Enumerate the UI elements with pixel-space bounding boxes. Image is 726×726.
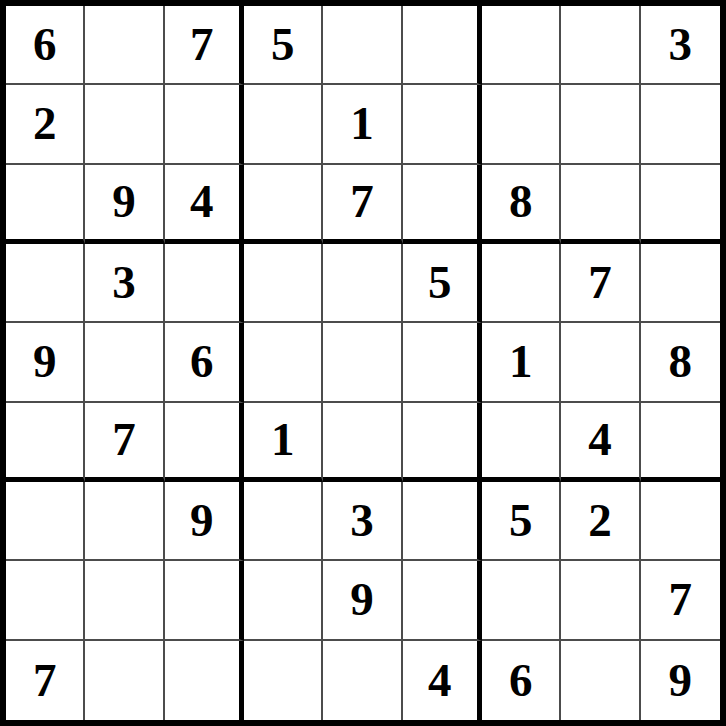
- cell-r9c8[interactable]: [561, 641, 640, 720]
- cell-r1c6[interactable]: [403, 6, 482, 85]
- cell-r3c5[interactable]: 7: [323, 165, 402, 244]
- cell-r7c5[interactable]: 3: [323, 482, 402, 561]
- given-digit: 4: [588, 416, 612, 463]
- cell-r2c6[interactable]: [403, 85, 482, 164]
- given-digit: 1: [509, 338, 533, 385]
- cell-r1c5[interactable]: [323, 6, 402, 85]
- cell-r3c6[interactable]: [403, 165, 482, 244]
- cell-r9c3[interactable]: [165, 641, 244, 720]
- cell-r6c4[interactable]: 1: [244, 403, 323, 482]
- given-digit: 9: [190, 497, 214, 544]
- given-digit: 2: [33, 100, 57, 147]
- cell-r9c2[interactable]: [85, 641, 164, 720]
- cell-r7c7[interactable]: 5: [482, 482, 561, 561]
- cell-r5c3[interactable]: 6: [165, 323, 244, 402]
- cell-r6c6[interactable]: [403, 403, 482, 482]
- cell-r7c4[interactable]: [244, 482, 323, 561]
- cell-r6c3[interactable]: [165, 403, 244, 482]
- cell-r7c1[interactable]: [6, 482, 85, 561]
- cell-r7c6[interactable]: [403, 482, 482, 561]
- cell-r4c6[interactable]: 5: [403, 244, 482, 323]
- cell-r2c2[interactable]: [85, 85, 164, 164]
- given-digit: 1: [350, 100, 374, 147]
- given-digit: 5: [271, 21, 295, 68]
- given-digit: 5: [509, 497, 533, 544]
- cell-r6c7[interactable]: [482, 403, 561, 482]
- given-digit: 7: [33, 657, 57, 704]
- cell-r6c1[interactable]: [6, 403, 85, 482]
- given-digit: 4: [190, 178, 214, 225]
- cell-r3c4[interactable]: [244, 165, 323, 244]
- cell-r4c1[interactable]: [6, 244, 85, 323]
- given-digit: 9: [33, 338, 57, 385]
- given-digit: 7: [588, 259, 612, 306]
- cell-r8c3[interactable]: [165, 561, 244, 640]
- cell-r1c3[interactable]: 7: [165, 6, 244, 85]
- cell-r8c8[interactable]: [561, 561, 640, 640]
- cell-r9c1[interactable]: 7: [6, 641, 85, 720]
- cell-r9c6[interactable]: 4: [403, 641, 482, 720]
- given-digit: 3: [350, 497, 374, 544]
- cell-r9c4[interactable]: [244, 641, 323, 720]
- cell-r3c8[interactable]: [561, 165, 640, 244]
- cell-r5c7[interactable]: 1: [482, 323, 561, 402]
- sudoku-board: 675321947835796187149352977469: [0, 0, 726, 726]
- cell-r4c4[interactable]: [244, 244, 323, 323]
- cell-r5c2[interactable]: [85, 323, 164, 402]
- cell-r9c7[interactable]: 6: [482, 641, 561, 720]
- cell-r8c2[interactable]: [85, 561, 164, 640]
- cell-r4c2[interactable]: 3: [85, 244, 164, 323]
- cell-r3c1[interactable]: [6, 165, 85, 244]
- given-digit: 2: [588, 497, 612, 544]
- given-digit: 3: [112, 259, 136, 306]
- given-digit: 9: [669, 657, 693, 704]
- cell-r8c7[interactable]: [482, 561, 561, 640]
- cell-r4c3[interactable]: [165, 244, 244, 323]
- cell-r1c7[interactable]: [482, 6, 561, 85]
- cell-r5c6[interactable]: [403, 323, 482, 402]
- cell-r8c5[interactable]: 9: [323, 561, 402, 640]
- given-digit: 5: [428, 259, 452, 306]
- cell-r5c1[interactable]: 9: [6, 323, 85, 402]
- given-digit: 7: [190, 21, 214, 68]
- cell-r8c6[interactable]: [403, 561, 482, 640]
- cell-r4c7[interactable]: [482, 244, 561, 323]
- cell-r1c1[interactable]: 6: [6, 6, 85, 85]
- cell-r6c5[interactable]: [323, 403, 402, 482]
- cell-r7c9[interactable]: [641, 482, 720, 561]
- cell-r6c2[interactable]: 7: [85, 403, 164, 482]
- given-digit: 8: [669, 338, 693, 385]
- cell-r8c1[interactable]: [6, 561, 85, 640]
- cell-r1c9[interactable]: 3: [641, 6, 720, 85]
- given-digit: 7: [112, 416, 136, 463]
- given-digit: 7: [350, 178, 374, 225]
- cell-r7c8[interactable]: 2: [561, 482, 640, 561]
- cell-r9c5[interactable]: [323, 641, 402, 720]
- given-digit: 7: [669, 576, 693, 623]
- given-digit: 9: [350, 576, 374, 623]
- given-digit: 6: [33, 21, 57, 68]
- cell-r1c2[interactable]: [85, 6, 164, 85]
- cell-r4c9[interactable]: [641, 244, 720, 323]
- cell-r1c4[interactable]: 5: [244, 6, 323, 85]
- given-digit: 9: [112, 178, 136, 225]
- cell-r8c4[interactable]: [244, 561, 323, 640]
- cell-r2c8[interactable]: [561, 85, 640, 164]
- cell-r5c4[interactable]: [244, 323, 323, 402]
- cell-r6c9[interactable]: [641, 403, 720, 482]
- cell-r2c9[interactable]: [641, 85, 720, 164]
- cell-r1c8[interactable]: [561, 6, 640, 85]
- cell-r2c7[interactable]: [482, 85, 561, 164]
- cell-r5c5[interactable]: [323, 323, 402, 402]
- given-digit: 4: [428, 657, 452, 704]
- given-digit: 1: [271, 416, 295, 463]
- given-digit: 8: [509, 178, 533, 225]
- cell-r4c5[interactable]: [323, 244, 402, 323]
- cell-r7c2[interactable]: [85, 482, 164, 561]
- cell-r9c9[interactable]: 9: [641, 641, 720, 720]
- given-digit: 6: [190, 338, 214, 385]
- cell-r7c3[interactable]: 9: [165, 482, 244, 561]
- cell-r2c4[interactable]: [244, 85, 323, 164]
- cell-r5c9[interactable]: 8: [641, 323, 720, 402]
- cell-r3c9[interactable]: [641, 165, 720, 244]
- cell-r2c3[interactable]: [165, 85, 244, 164]
- given-digit: 3: [669, 21, 693, 68]
- cell-r5c8[interactable]: [561, 323, 640, 402]
- cell-r8c9[interactable]: 7: [641, 561, 720, 640]
- cell-r6c8[interactable]: 4: [561, 403, 640, 482]
- cell-r3c2[interactable]: 9: [85, 165, 164, 244]
- cell-r3c7[interactable]: 8: [482, 165, 561, 244]
- cell-r2c1[interactable]: 2: [6, 85, 85, 164]
- cell-r3c3[interactable]: 4: [165, 165, 244, 244]
- given-digit: 6: [509, 657, 533, 704]
- cell-r2c5[interactable]: 1: [323, 85, 402, 164]
- cell-r4c8[interactable]: 7: [561, 244, 640, 323]
